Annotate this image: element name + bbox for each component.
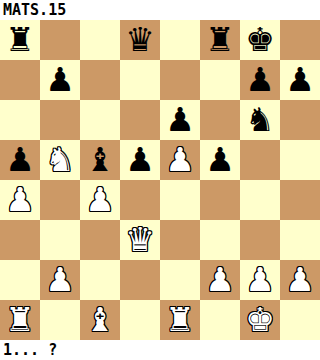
square-c1[interactable]: ♝	[80, 300, 120, 340]
puzzle-title: MATS.15	[0, 0, 320, 20]
square-f2[interactable]: ♟	[200, 260, 240, 300]
square-b4[interactable]	[40, 180, 80, 220]
square-g5[interactable]	[240, 140, 280, 180]
square-g7[interactable]: ♟	[240, 60, 280, 100]
square-a8[interactable]: ♜	[0, 20, 40, 60]
piece-black-pawn: ♟	[205, 140, 235, 180]
square-h1[interactable]	[280, 300, 320, 340]
piece-white-pawn: ♟	[45, 260, 75, 300]
piece-black-rook: ♜	[5, 20, 35, 60]
square-f8[interactable]: ♜	[200, 20, 240, 60]
piece-white-rook: ♜	[165, 300, 195, 340]
chess-app: MATS.15 ♜♛♜♚♟♟♟♟♞♟♞♝♟♟♟♟♟♛♟♟♟♟♜♝♜♚ 1... …	[0, 0, 320, 360]
piece-white-pawn: ♟	[5, 180, 35, 220]
square-b7[interactable]: ♟	[40, 60, 80, 100]
square-h2[interactable]: ♟	[280, 260, 320, 300]
piece-black-queen: ♛	[125, 20, 155, 60]
square-e6[interactable]: ♟	[160, 100, 200, 140]
square-e1[interactable]: ♜	[160, 300, 200, 340]
square-c6[interactable]	[80, 100, 120, 140]
square-c7[interactable]	[80, 60, 120, 100]
square-a2[interactable]	[0, 260, 40, 300]
square-h4[interactable]	[280, 180, 320, 220]
square-d8[interactable]: ♛	[120, 20, 160, 60]
square-d5[interactable]: ♟	[120, 140, 160, 180]
piece-black-pawn: ♟	[45, 60, 75, 100]
square-c5[interactable]: ♝	[80, 140, 120, 180]
piece-black-pawn: ♟	[165, 100, 195, 140]
square-h3[interactable]	[280, 220, 320, 260]
move-prompt: 1... ?	[0, 340, 320, 360]
square-d2[interactable]	[120, 260, 160, 300]
square-e5[interactable]: ♟	[160, 140, 200, 180]
square-f3[interactable]	[200, 220, 240, 260]
piece-black-rook: ♜	[205, 20, 235, 60]
square-g2[interactable]: ♟	[240, 260, 280, 300]
square-h8[interactable]	[280, 20, 320, 60]
square-d3[interactable]: ♛	[120, 220, 160, 260]
piece-white-rook: ♜	[5, 300, 35, 340]
piece-white-pawn: ♟	[285, 260, 315, 300]
piece-white-bishop: ♝	[85, 300, 115, 340]
piece-white-pawn: ♟	[85, 180, 115, 220]
square-a3[interactable]	[0, 220, 40, 260]
square-g8[interactable]: ♚	[240, 20, 280, 60]
piece-black-pawn: ♟	[285, 60, 315, 100]
square-d1[interactable]	[120, 300, 160, 340]
square-b5[interactable]: ♞	[40, 140, 80, 180]
piece-black-pawn: ♟	[125, 140, 155, 180]
square-a1[interactable]: ♜	[0, 300, 40, 340]
piece-white-pawn: ♟	[205, 260, 235, 300]
square-b8[interactable]	[40, 20, 80, 60]
square-f1[interactable]	[200, 300, 240, 340]
square-a7[interactable]	[0, 60, 40, 100]
chess-board: ♜♛♜♚♟♟♟♟♞♟♞♝♟♟♟♟♟♛♟♟♟♟♜♝♜♚	[0, 20, 320, 340]
square-e2[interactable]	[160, 260, 200, 300]
piece-white-pawn: ♟	[245, 260, 275, 300]
square-c8[interactable]	[80, 20, 120, 60]
square-g3[interactable]	[240, 220, 280, 260]
piece-white-queen: ♛	[125, 220, 155, 260]
square-b2[interactable]: ♟	[40, 260, 80, 300]
square-d4[interactable]	[120, 180, 160, 220]
square-c3[interactable]	[80, 220, 120, 260]
piece-white-king: ♚	[245, 300, 275, 340]
square-f5[interactable]: ♟	[200, 140, 240, 180]
square-h6[interactable]	[280, 100, 320, 140]
square-g6[interactable]: ♞	[240, 100, 280, 140]
square-e3[interactable]	[160, 220, 200, 260]
square-h7[interactable]: ♟	[280, 60, 320, 100]
square-e7[interactable]	[160, 60, 200, 100]
square-g4[interactable]	[240, 180, 280, 220]
piece-white-pawn: ♟	[165, 140, 195, 180]
piece-black-knight: ♞	[245, 100, 275, 140]
square-d6[interactable]	[120, 100, 160, 140]
piece-black-bishop: ♝	[85, 140, 115, 180]
piece-black-pawn: ♟	[245, 60, 275, 100]
square-b6[interactable]	[40, 100, 80, 140]
square-b3[interactable]	[40, 220, 80, 260]
square-a4[interactable]: ♟	[0, 180, 40, 220]
square-e8[interactable]	[160, 20, 200, 60]
piece-white-knight: ♞	[45, 140, 75, 180]
square-f6[interactable]	[200, 100, 240, 140]
square-b1[interactable]	[40, 300, 80, 340]
piece-black-pawn: ♟	[5, 140, 35, 180]
square-g1[interactable]: ♚	[240, 300, 280, 340]
square-c2[interactable]	[80, 260, 120, 300]
piece-black-king: ♚	[245, 20, 275, 60]
square-c4[interactable]: ♟	[80, 180, 120, 220]
square-a6[interactable]	[0, 100, 40, 140]
square-e4[interactable]	[160, 180, 200, 220]
square-h5[interactable]	[280, 140, 320, 180]
square-f7[interactable]	[200, 60, 240, 100]
square-d7[interactable]	[120, 60, 160, 100]
square-a5[interactable]: ♟	[0, 140, 40, 180]
square-f4[interactable]	[200, 180, 240, 220]
